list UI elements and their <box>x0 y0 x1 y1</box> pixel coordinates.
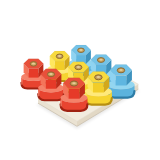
peg-board-photo <box>0 0 160 160</box>
